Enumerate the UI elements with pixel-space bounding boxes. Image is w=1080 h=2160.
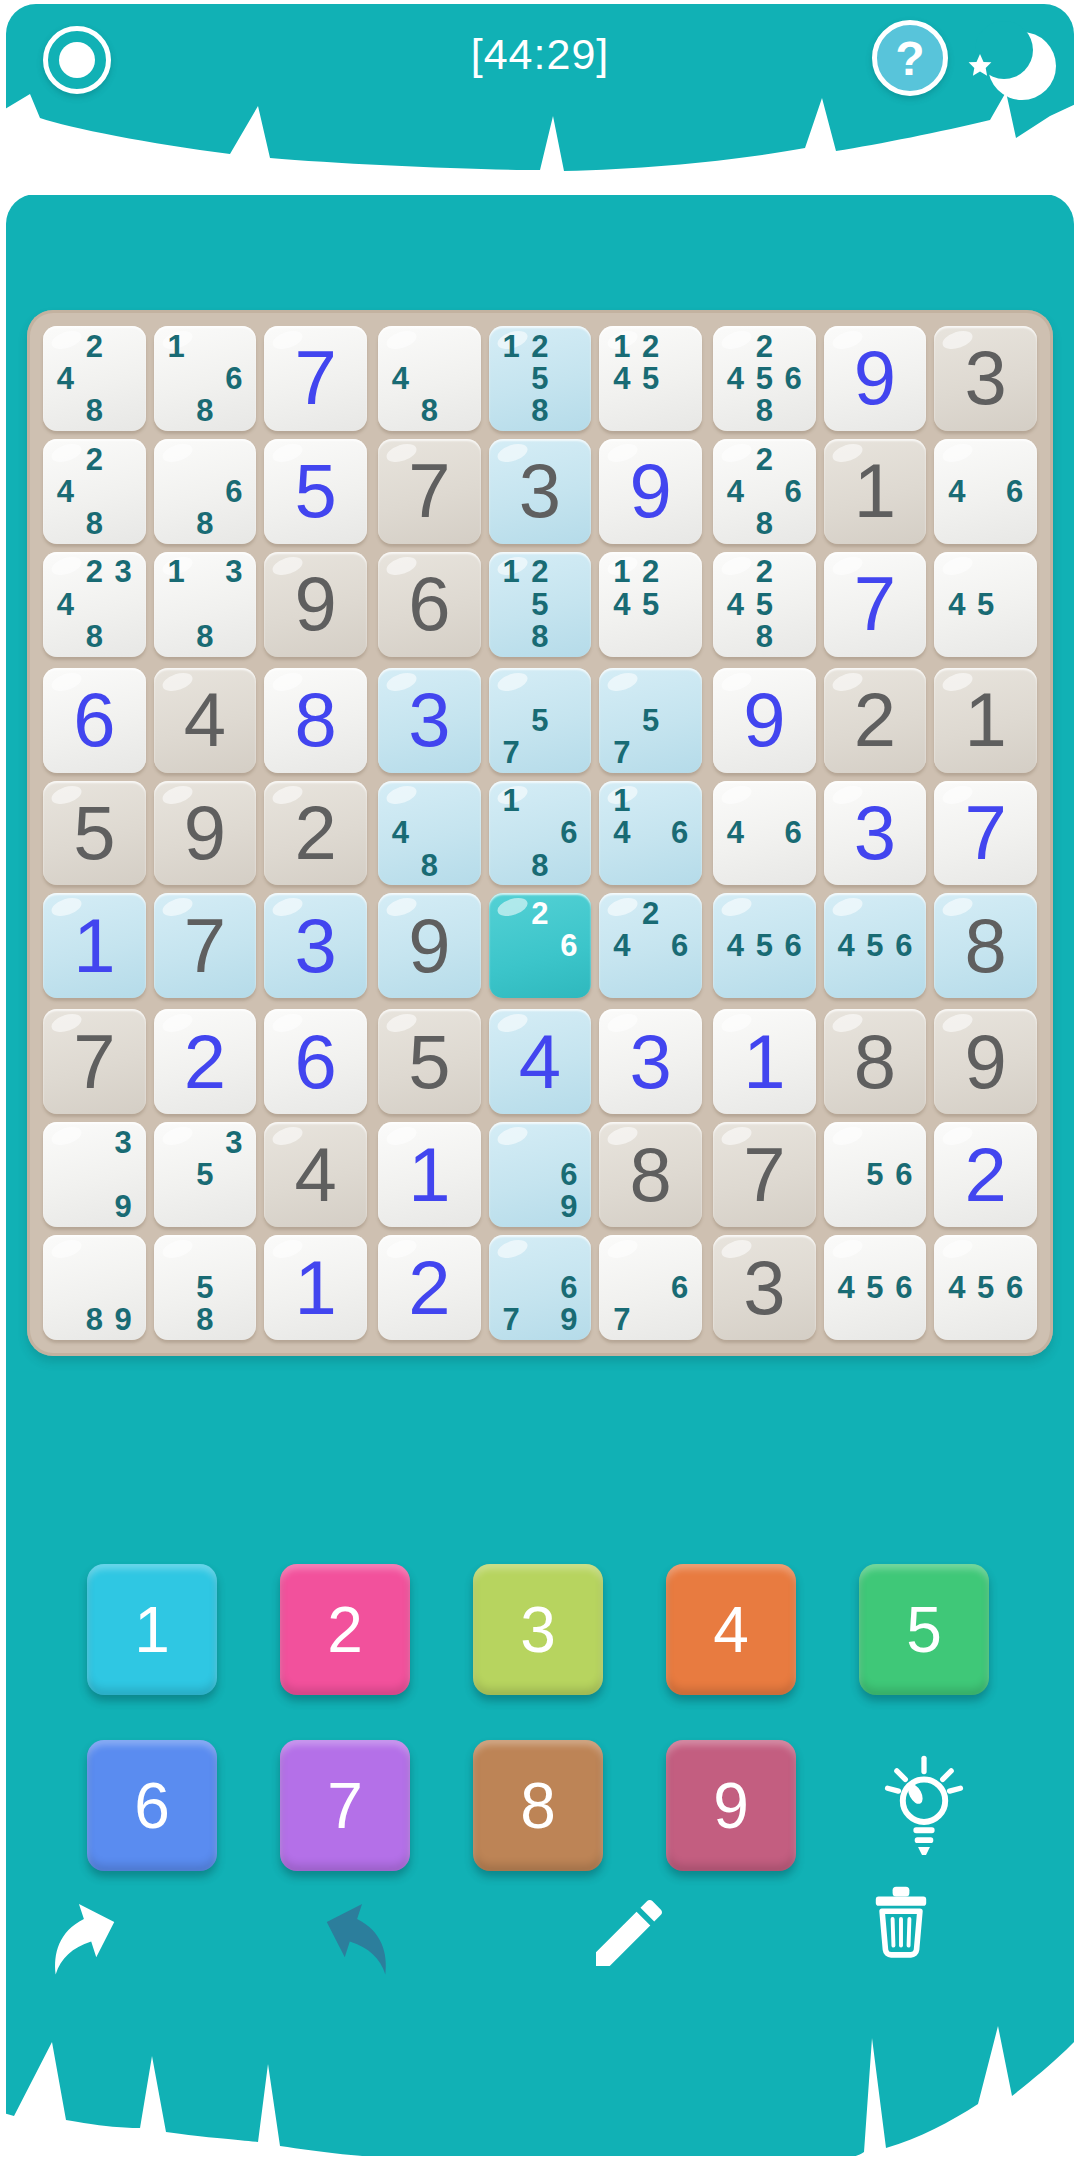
cell-r3c5[interactable]: 1258 [489, 552, 592, 657]
cell-r6c7[interactable]: 456 [713, 893, 816, 998]
cell-r7c3[interactable]: 6 [264, 1009, 367, 1114]
user-digit: 1 [73, 908, 115, 984]
given-digit: 3 [743, 1250, 785, 1326]
cell-r3c9[interactable]: 45 [934, 552, 1037, 657]
cell-r6c1[interactable]: 1 [43, 893, 146, 998]
pencil-marks: 48 [378, 326, 481, 431]
cell-r1c8[interactable]: 9 [824, 326, 927, 431]
cell-r1c3[interactable]: 7 [264, 326, 367, 431]
pencil-marks: 24568 [713, 326, 816, 431]
pencil-marks: 1258 [489, 552, 592, 657]
user-digit: 5 [295, 453, 337, 529]
cell-r7c4[interactable]: 5 [378, 1009, 481, 1114]
block-1-1: 248168724868523481389 [43, 326, 367, 657]
cell-r8c2[interactable]: 35 [154, 1122, 257, 1227]
user-digit: 3 [854, 795, 896, 871]
cell-r4c9[interactable]: 1 [934, 668, 1037, 773]
cell-r8c8[interactable]: 56 [824, 1122, 927, 1227]
given-digit: 6 [408, 566, 450, 642]
user-digit: 2 [184, 1024, 226, 1100]
user-digit: 9 [630, 453, 672, 529]
cell-r4c7[interactable]: 9 [713, 668, 816, 773]
cell-r6c9[interactable]: 8 [934, 893, 1037, 998]
cell-r4c1[interactable]: 6 [43, 668, 146, 773]
given-digit: 4 [184, 682, 226, 758]
user-digit: 4 [519, 1024, 561, 1100]
given-digit: 7 [408, 453, 450, 529]
block-3-1: 7263935489581 [43, 1009, 367, 1340]
cell-r1c7[interactable]: 24568 [713, 326, 816, 431]
given-digit: 9 [965, 1024, 1007, 1100]
redo-arrow-icon [32, 1885, 128, 1981]
cell-r4c2[interactable]: 4 [154, 668, 257, 773]
given-digit: 2 [295, 795, 337, 871]
cell-r8c3[interactable]: 4 [264, 1122, 367, 1227]
cell-r4c5[interactable]: 57 [489, 668, 592, 773]
cell-r2c3[interactable]: 5 [264, 439, 367, 544]
cell-r7c7[interactable]: 1 [713, 1009, 816, 1114]
cell-r7c9[interactable]: 9 [934, 1009, 1037, 1114]
user-digit: 7 [854, 566, 896, 642]
cell-r6c4[interactable]: 9 [378, 893, 481, 998]
cell-r9c1[interactable]: 89 [43, 1235, 146, 1340]
user-digit: 3 [295, 908, 337, 984]
cell-r5c6[interactable]: 146 [599, 781, 702, 886]
given-digit: 1 [965, 682, 1007, 758]
cell-r6c3[interactable]: 3 [264, 893, 367, 998]
cell-r9c3[interactable]: 1 [264, 1235, 367, 1340]
block-2-3: 92146374564568 [713, 668, 1037, 999]
cell-r5c8[interactable]: 3 [824, 781, 927, 886]
cell-r3c7[interactable]: 2458 [713, 552, 816, 657]
block-3-3: 18975623456456 [713, 1009, 1037, 1340]
given-digit: 8 [965, 908, 1007, 984]
pencil-marks: 57 [489, 668, 592, 773]
cell-r8c5[interactable]: 69 [489, 1122, 592, 1227]
undo-button[interactable] [306, 1878, 416, 1988]
given-digit: 3 [519, 453, 561, 529]
cell-r9c4[interactable]: 2 [378, 1235, 481, 1340]
pencil-marks: 39 [43, 1122, 146, 1227]
cell-r4c6[interactable]: 57 [599, 668, 702, 773]
given-digit: 8 [854, 1024, 896, 1100]
user-digit: 9 [743, 682, 785, 758]
given-digit: 7 [184, 908, 226, 984]
pencil-marks: 248 [43, 439, 146, 544]
pencil-marks: 2348 [43, 552, 146, 657]
cell-r1c1[interactable]: 248 [43, 326, 146, 431]
cell-r7c1[interactable]: 7 [43, 1009, 146, 1114]
pencil-marks: 456 [713, 893, 816, 998]
number-6-button[interactable]: 6 [87, 1740, 217, 1871]
given-digit: 9 [295, 566, 337, 642]
pencil-marks: 35 [154, 1122, 257, 1227]
cell-r3c8[interactable]: 7 [824, 552, 927, 657]
user-digit: 1 [743, 1024, 785, 1100]
moon-star-icon [958, 12, 1062, 116]
cell-r9c7[interactable]: 3 [713, 1235, 816, 1340]
lightbulb-icon [881, 1753, 967, 1859]
block-3-2: 5431698267967 [378, 1009, 702, 1340]
user-digit: 3 [630, 1024, 672, 1100]
given-digit: 4 [295, 1137, 337, 1213]
user-digit: 1 [408, 1137, 450, 1213]
cell-r3c4[interactable]: 6 [378, 552, 481, 657]
pencil-marks: 2458 [713, 552, 816, 657]
pencil-marks: 69 [489, 1122, 592, 1227]
pencil-marks: 26 [489, 893, 592, 998]
pencil-icon [585, 1889, 673, 1977]
pencil-marks: 46 [934, 439, 1037, 544]
user-digit: 8 [295, 682, 337, 758]
cell-r2c9[interactable]: 46 [934, 439, 1037, 544]
cell-r6c2[interactable]: 7 [154, 893, 257, 998]
cell-r9c2[interactable]: 58 [154, 1235, 257, 1340]
number-9-button[interactable]: 9 [666, 1740, 796, 1871]
redo-button[interactable] [25, 1878, 135, 1988]
cell-r1c9[interactable]: 3 [934, 326, 1037, 431]
numpad-row-2: 6789 [87, 1740, 989, 1871]
given-digit: 1 [854, 453, 896, 529]
cell-r3c3[interactable]: 9 [264, 552, 367, 657]
given-digit: 7 [743, 1137, 785, 1213]
cell-r2c5[interactable]: 3 [489, 439, 592, 544]
user-digit: 1 [295, 1250, 337, 1326]
cell-r5c5[interactable]: 168 [489, 781, 592, 886]
pencil-marks: 57 [599, 668, 702, 773]
number-5-button[interactable]: 5 [859, 1564, 989, 1695]
cell-r9c8[interactable]: 456 [824, 1235, 927, 1340]
pencil-marks: 46 [713, 781, 816, 886]
number-3-button[interactable]: 3 [473, 1564, 603, 1695]
cell-r8c1[interactable]: 39 [43, 1122, 146, 1227]
user-digit: 9 [854, 340, 896, 416]
user-digit: 7 [965, 795, 1007, 871]
sudoku-board: 2481687248685234813894812581245739612581… [27, 310, 1053, 1356]
pencil-marks: 679 [489, 1235, 592, 1340]
cell-r5c2[interactable]: 9 [154, 781, 257, 886]
cell-r9c5[interactable]: 679 [489, 1235, 592, 1340]
cell-r7c2[interactable]: 2 [154, 1009, 257, 1114]
given-digit: 7 [73, 1024, 115, 1100]
pencil-marks: 168 [489, 781, 592, 886]
pencil-marks: 138 [154, 552, 257, 657]
cell-r2c6[interactable]: 9 [599, 439, 702, 544]
cell-r6c8[interactable]: 456 [824, 893, 927, 998]
trash-icon [857, 1884, 945, 1982]
pencil-marks: 146 [599, 781, 702, 886]
cell-r2c2[interactable]: 68 [154, 439, 257, 544]
user-digit: 3 [408, 682, 450, 758]
pencil-marks: 456 [934, 1235, 1037, 1340]
cell-r2c8[interactable]: 1 [824, 439, 927, 544]
cell-r2c1[interactable]: 248 [43, 439, 146, 544]
cell-r8c6[interactable]: 8 [599, 1122, 702, 1227]
cell-r5c4[interactable]: 48 [378, 781, 481, 886]
pencil-marks: 456 [824, 893, 927, 998]
cell-r6c5[interactable]: 26 [489, 893, 592, 998]
cell-r8c9[interactable]: 2 [934, 1122, 1037, 1227]
cell-r3c6[interactable]: 1245 [599, 552, 702, 657]
user-digit: 2 [408, 1250, 450, 1326]
user-digit: 6 [295, 1024, 337, 1100]
header-bar: [44:29] ? [6, 4, 1074, 186]
cell-r2c7[interactable]: 2468 [713, 439, 816, 544]
cell-r2c4[interactable]: 7 [378, 439, 481, 544]
pencil-marks: 48 [378, 781, 481, 886]
pencil-marks: 248 [43, 326, 146, 431]
undo-arrow-icon [313, 1885, 409, 1981]
cell-r7c8[interactable]: 8 [824, 1009, 927, 1114]
cell-r4c4[interactable]: 3 [378, 668, 481, 773]
help-button[interactable]: ? [872, 20, 948, 96]
cell-r7c5[interactable]: 4 [489, 1009, 592, 1114]
cell-r5c7[interactable]: 46 [713, 781, 816, 886]
cell-r7c6[interactable]: 3 [599, 1009, 702, 1114]
cell-r5c1[interactable]: 5 [43, 781, 146, 886]
number-1-button[interactable]: 1 [87, 1564, 217, 1695]
block-1-2: 4812581245739612581245 [378, 326, 702, 657]
number-2-button[interactable]: 2 [280, 1564, 410, 1695]
pencil-mode-button[interactable] [574, 1878, 684, 1988]
block-2-1: 648592173 [43, 668, 367, 999]
given-digit: 2 [854, 682, 896, 758]
cell-r5c3[interactable]: 2 [264, 781, 367, 886]
cell-r4c8[interactable]: 2 [824, 668, 927, 773]
pencil-marks: 2468 [713, 439, 816, 544]
cell-r4c3[interactable]: 8 [264, 668, 367, 773]
number-8-button[interactable]: 8 [473, 1740, 603, 1871]
cell-r1c6[interactable]: 1245 [599, 326, 702, 431]
cell-r5c9[interactable]: 7 [934, 781, 1037, 886]
block-2-2: 3575748168146926246 [378, 668, 702, 999]
pencil-marks: 246 [599, 893, 702, 998]
question-mark-icon: ? [895, 31, 924, 86]
pencil-marks: 1245 [599, 552, 702, 657]
toolbar [0, 1878, 1080, 1988]
pencil-marks: 68 [154, 439, 257, 544]
number-4-button[interactable]: 4 [666, 1564, 796, 1695]
given-digit: 9 [408, 908, 450, 984]
cell-r3c2[interactable]: 138 [154, 552, 257, 657]
pencil-marks: 1258 [489, 326, 592, 431]
user-digit: 6 [73, 682, 115, 758]
cell-r1c4[interactable]: 48 [378, 326, 481, 431]
cell-r9c6[interactable]: 67 [599, 1235, 702, 1340]
given-digit: 5 [73, 795, 115, 871]
given-digit: 8 [630, 1137, 672, 1213]
cell-r1c5[interactable]: 1258 [489, 326, 592, 431]
block-1-3: 245689324681462458745 [713, 326, 1037, 657]
user-digit: 7 [295, 340, 337, 416]
pencil-marks: 56 [824, 1122, 927, 1227]
cell-r8c4[interactable]: 1 [378, 1122, 481, 1227]
hint-button[interactable] [859, 1740, 989, 1871]
pencil-marks: 1245 [599, 326, 702, 431]
pencil-marks: 67 [599, 1235, 702, 1340]
pencil-marks: 45 [934, 552, 1037, 657]
pencil-marks: 89 [43, 1235, 146, 1340]
trash-button[interactable] [846, 1878, 956, 1988]
pencil-marks: 58 [154, 1235, 257, 1340]
user-digit: 2 [965, 1137, 1007, 1213]
cell-r8c7[interactable]: 7 [713, 1122, 816, 1227]
cell-r1c2[interactable]: 168 [154, 326, 257, 431]
pencil-marks: 168 [154, 326, 257, 431]
cell-r9c9[interactable]: 456 [934, 1235, 1037, 1340]
number-7-button[interactable]: 7 [280, 1740, 410, 1871]
numpad-row-1: 12345 [87, 1564, 989, 1695]
given-digit: 5 [408, 1024, 450, 1100]
given-digit: 3 [965, 340, 1007, 416]
night-mode-button[interactable] [958, 12, 1062, 116]
pencil-marks: 456 [824, 1235, 927, 1340]
given-digit: 9 [184, 795, 226, 871]
cell-r3c1[interactable]: 2348 [43, 552, 146, 657]
cell-r6c6[interactable]: 246 [599, 893, 702, 998]
